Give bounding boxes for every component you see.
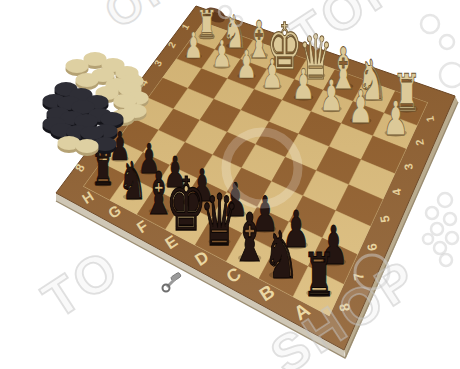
checker-cream: [76, 139, 99, 153]
piece-white-pawn: ♟: [292, 59, 315, 108]
checker-black: [101, 112, 124, 126]
piece-white-pawn: ♟: [261, 51, 283, 98]
piece-white-pawn: ♟: [348, 80, 373, 133]
piece-white-pawn: ♟: [319, 70, 343, 122]
piece-black-knight: ♞: [263, 218, 299, 294]
checker-cream: [76, 73, 99, 87]
checker-cream: [66, 59, 89, 73]
scene-canvas: H11G22F33E44D55C66B77A88♜♞♝♚♛♝♞♜♟♟♟♟♟♟♟♟…: [0, 0, 460, 369]
piece-white-pawn: ♟: [184, 24, 204, 66]
piece-white-pawn: ♟: [211, 33, 232, 76]
piece-white-pawn: ♟: [236, 42, 258, 88]
product-photo-chess-set: H11G22F33E44D55C66B77A88♜♞♝♚♛♝♞♜♟♟♟♟♟♟♟♟…: [0, 0, 460, 369]
piece-white-pawn: ♟: [383, 91, 409, 146]
